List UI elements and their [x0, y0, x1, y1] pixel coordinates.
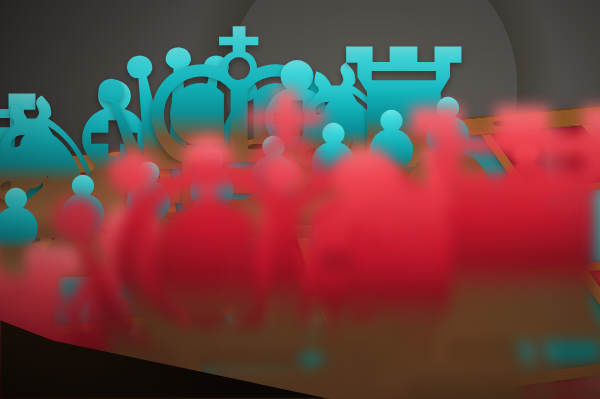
square-e8 — [280, 145, 407, 214]
square-e7 — [303, 209, 447, 294]
square-c7 — [50, 235, 179, 327]
border-carving-icon — [492, 120, 512, 127]
square-d8 — [169, 155, 289, 226]
border-carving-icon — [247, 143, 267, 150]
border-carving-icon — [119, 155, 138, 162]
border-carving-icon — [369, 132, 389, 139]
square-b8 — [0, 177, 43, 254]
square-c8 — [52, 166, 167, 240]
chess-set-photo: ♜♞♝♛♚♝♞♜♟♟♟♟♟♟♟♟♟♟♟♟♟♟♟♟♜♞♝♛♚♝♞♜ — [0, 0, 600, 399]
square-d7 — [180, 222, 316, 311]
